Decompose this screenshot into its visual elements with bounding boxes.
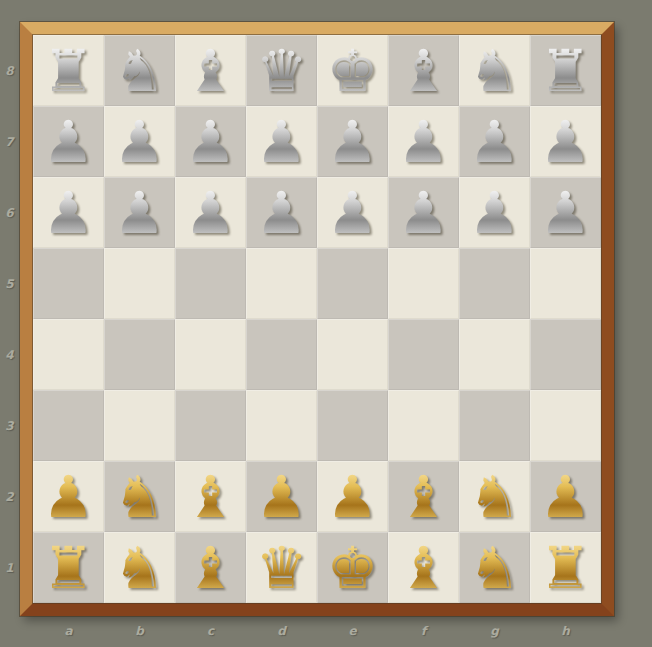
piece-gold-bishop[interactable]: ♝ xyxy=(398,539,450,597)
square-d2[interactable]: ♟ xyxy=(246,461,317,532)
square-d5[interactable] xyxy=(246,248,317,319)
piece-gold-knight[interactable]: ♞ xyxy=(114,468,166,526)
square-g3[interactable] xyxy=(459,390,530,461)
square-h2[interactable]: ♟ xyxy=(530,461,601,532)
rank-label-5: 5 xyxy=(0,248,19,319)
square-d1[interactable]: ♛ xyxy=(246,532,317,603)
piece-silver-pawn[interactable]: ♟ xyxy=(327,113,379,171)
board-frame: ♜♞♝♛♚♝♞♜♟♟♟♟♟♟♟♟♟♟♟♟♟♟♟♟♟♞♝♟♟♝♞♟♜♞♝♛♚♝♞♜ xyxy=(20,22,614,616)
piece-gold-king[interactable]: ♚ xyxy=(327,539,379,597)
square-f6[interactable]: ♟ xyxy=(388,177,459,248)
piece-silver-pawn[interactable]: ♟ xyxy=(185,184,237,242)
file-labels: abcdefgh xyxy=(33,620,601,642)
piece-gold-pawn[interactable]: ♟ xyxy=(327,468,379,526)
square-b5[interactable] xyxy=(104,248,175,319)
square-e8[interactable]: ♚ xyxy=(317,35,388,106)
square-a8[interactable]: ♜ xyxy=(33,35,104,106)
piece-silver-pawn[interactable]: ♟ xyxy=(43,184,95,242)
square-f5[interactable] xyxy=(388,248,459,319)
square-c8[interactable]: ♝ xyxy=(175,35,246,106)
rank-label-8: 8 xyxy=(0,35,19,106)
square-b6[interactable]: ♟ xyxy=(104,177,175,248)
rank-label-3: 3 xyxy=(0,390,19,461)
square-f4[interactable] xyxy=(388,319,459,390)
square-h3[interactable] xyxy=(530,390,601,461)
square-h6[interactable]: ♟ xyxy=(530,177,601,248)
square-f2[interactable]: ♝ xyxy=(388,461,459,532)
square-g8[interactable]: ♞ xyxy=(459,35,530,106)
piece-silver-pawn[interactable]: ♟ xyxy=(185,113,237,171)
piece-gold-pawn[interactable]: ♟ xyxy=(256,468,308,526)
square-a4[interactable] xyxy=(33,319,104,390)
piece-silver-pawn[interactable]: ♟ xyxy=(256,184,308,242)
square-h8[interactable]: ♜ xyxy=(530,35,601,106)
piece-gold-knight[interactable]: ♞ xyxy=(469,539,521,597)
piece-gold-pawn[interactable]: ♟ xyxy=(43,468,95,526)
piece-gold-bishop[interactable]: ♝ xyxy=(185,468,237,526)
square-f1[interactable]: ♝ xyxy=(388,532,459,603)
square-g1[interactable]: ♞ xyxy=(459,532,530,603)
square-e5[interactable] xyxy=(317,248,388,319)
square-h4[interactable] xyxy=(530,319,601,390)
piece-gold-knight[interactable]: ♞ xyxy=(114,539,166,597)
rank-label-6: 6 xyxy=(0,177,19,248)
square-f7[interactable]: ♟ xyxy=(388,106,459,177)
file-label-a: a xyxy=(33,620,104,642)
square-e4[interactable] xyxy=(317,319,388,390)
square-c6[interactable]: ♟ xyxy=(175,177,246,248)
piece-gold-pawn[interactable]: ♟ xyxy=(540,468,592,526)
piece-silver-rook[interactable]: ♜ xyxy=(540,42,592,100)
piece-silver-rook[interactable]: ♜ xyxy=(43,42,95,100)
square-e2[interactable]: ♟ xyxy=(317,461,388,532)
square-d4[interactable] xyxy=(246,319,317,390)
piece-silver-pawn[interactable]: ♟ xyxy=(398,113,450,171)
piece-silver-pawn[interactable]: ♟ xyxy=(256,113,308,171)
square-g2[interactable]: ♞ xyxy=(459,461,530,532)
piece-gold-bishop[interactable]: ♝ xyxy=(185,539,237,597)
square-g5[interactable] xyxy=(459,248,530,319)
square-c4[interactable] xyxy=(175,319,246,390)
square-b7[interactable]: ♟ xyxy=(104,106,175,177)
square-d6[interactable]: ♟ xyxy=(246,177,317,248)
square-a2[interactable]: ♟ xyxy=(33,461,104,532)
piece-gold-bishop[interactable]: ♝ xyxy=(398,468,450,526)
square-a6[interactable]: ♟ xyxy=(33,177,104,248)
piece-silver-queen[interactable]: ♛ xyxy=(256,42,308,100)
square-a1[interactable]: ♜ xyxy=(33,532,104,603)
rank-label-7: 7 xyxy=(0,106,19,177)
square-b3[interactable] xyxy=(104,390,175,461)
piece-gold-knight[interactable]: ♞ xyxy=(469,468,521,526)
square-g7[interactable]: ♟ xyxy=(459,106,530,177)
square-d7[interactable]: ♟ xyxy=(246,106,317,177)
square-f8[interactable]: ♝ xyxy=(388,35,459,106)
square-e6[interactable]: ♟ xyxy=(317,177,388,248)
piece-silver-bishop[interactable]: ♝ xyxy=(398,42,450,100)
square-f3[interactable] xyxy=(388,390,459,461)
piece-silver-pawn[interactable]: ♟ xyxy=(469,184,521,242)
file-label-c: c xyxy=(175,620,246,642)
square-d8[interactable]: ♛ xyxy=(246,35,317,106)
piece-gold-queen[interactable]: ♛ xyxy=(256,539,308,597)
square-b4[interactable] xyxy=(104,319,175,390)
rank-label-4: 4 xyxy=(0,319,19,390)
square-b8[interactable]: ♞ xyxy=(104,35,175,106)
square-a3[interactable] xyxy=(33,390,104,461)
piece-silver-pawn[interactable]: ♟ xyxy=(469,113,521,171)
piece-silver-bishop[interactable]: ♝ xyxy=(185,42,237,100)
square-h5[interactable] xyxy=(530,248,601,319)
piece-silver-knight[interactable]: ♞ xyxy=(114,42,166,100)
chess-app-stage: 87654321 ♜♞♝♛♚♝♞♜♟♟♟♟♟♟♟♟♟♟♟♟♟♟♟♟♟♞♝♟♟♝♞… xyxy=(0,0,652,647)
file-label-e: e xyxy=(317,620,388,642)
file-label-b: b xyxy=(104,620,175,642)
piece-silver-pawn[interactable]: ♟ xyxy=(43,113,95,171)
square-c1[interactable]: ♝ xyxy=(175,532,246,603)
file-label-g: g xyxy=(459,620,530,642)
square-b2[interactable]: ♞ xyxy=(104,461,175,532)
square-c2[interactable]: ♝ xyxy=(175,461,246,532)
piece-silver-knight[interactable]: ♞ xyxy=(469,42,521,100)
piece-silver-pawn[interactable]: ♟ xyxy=(540,113,592,171)
file-label-d: d xyxy=(246,620,317,642)
square-c7[interactable]: ♟ xyxy=(175,106,246,177)
square-e1[interactable]: ♚ xyxy=(317,532,388,603)
square-c3[interactable] xyxy=(175,390,246,461)
piece-silver-pawn[interactable]: ♟ xyxy=(540,184,592,242)
piece-gold-rook[interactable]: ♜ xyxy=(540,539,592,597)
chess-board[interactable]: ♜♞♝♛♚♝♞♜♟♟♟♟♟♟♟♟♟♟♟♟♟♟♟♟♟♞♝♟♟♝♞♟♜♞♝♛♚♝♞♜ xyxy=(33,35,601,603)
piece-silver-pawn[interactable]: ♟ xyxy=(398,184,450,242)
square-a7[interactable]: ♟ xyxy=(33,106,104,177)
square-d3[interactable] xyxy=(246,390,317,461)
rank-labels: 87654321 xyxy=(0,35,19,603)
piece-silver-pawn[interactable]: ♟ xyxy=(114,113,166,171)
square-a5[interactable] xyxy=(33,248,104,319)
file-label-f: f xyxy=(388,620,459,642)
square-e3[interactable] xyxy=(317,390,388,461)
square-g6[interactable]: ♟ xyxy=(459,177,530,248)
piece-silver-pawn[interactable]: ♟ xyxy=(327,184,379,242)
square-b1[interactable]: ♞ xyxy=(104,532,175,603)
square-h1[interactable]: ♜ xyxy=(530,532,601,603)
square-g4[interactable] xyxy=(459,319,530,390)
file-label-h: h xyxy=(530,620,601,642)
square-e7[interactable]: ♟ xyxy=(317,106,388,177)
piece-silver-pawn[interactable]: ♟ xyxy=(114,184,166,242)
rank-label-1: 1 xyxy=(0,532,19,603)
piece-silver-king[interactable]: ♚ xyxy=(327,42,379,100)
rank-label-2: 2 xyxy=(0,461,19,532)
square-c5[interactable] xyxy=(175,248,246,319)
piece-gold-rook[interactable]: ♜ xyxy=(43,539,95,597)
square-h7[interactable]: ♟ xyxy=(530,106,601,177)
